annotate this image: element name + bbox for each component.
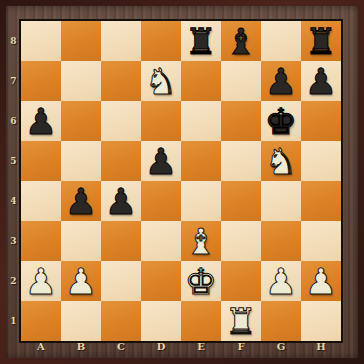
square-b2[interactable]: ♟ (61, 261, 101, 301)
file-label-h: H (301, 341, 341, 358)
square-f5[interactable] (221, 141, 261, 181)
square-a3[interactable] (21, 221, 61, 261)
square-e2[interactable]: ♚ (181, 261, 221, 301)
square-a6[interactable]: ♟ (21, 101, 61, 141)
black-pawn: ♟ (261, 62, 301, 102)
black-pawn: ♟ (301, 62, 341, 102)
white-pawn: ♟ (301, 262, 341, 302)
square-f1[interactable]: ♜ (221, 301, 261, 341)
square-b8[interactable] (61, 21, 101, 61)
square-d3[interactable] (141, 221, 181, 261)
square-c1[interactable] (101, 301, 141, 341)
file-label-f: F (221, 341, 261, 358)
rank-label-5: 5 (6, 141, 21, 181)
square-h1[interactable] (301, 301, 341, 341)
square-h5[interactable] (301, 141, 341, 181)
square-f3[interactable] (221, 221, 261, 261)
square-h8[interactable]: ♜ (301, 21, 341, 61)
black-pawn: ♟ (61, 182, 101, 222)
black-pawn: ♟ (141, 142, 181, 182)
white-pawn: ♟ (21, 262, 61, 302)
square-a4[interactable] (21, 181, 61, 221)
black-pawn: ♟ (21, 102, 61, 142)
white-king: ♚ (181, 262, 221, 302)
square-a5[interactable] (21, 141, 61, 181)
rank-label-4: 4 (6, 181, 21, 221)
square-g3[interactable] (261, 221, 301, 261)
square-b4[interactable]: ♟ (61, 181, 101, 221)
square-c6[interactable] (101, 101, 141, 141)
square-a8[interactable] (21, 21, 61, 61)
black-king: ♚ (261, 102, 301, 142)
white-bishop: ♝ (181, 222, 221, 262)
square-c8[interactable] (101, 21, 141, 61)
square-e5[interactable] (181, 141, 221, 181)
square-b6[interactable] (61, 101, 101, 141)
square-f6[interactable] (221, 101, 261, 141)
black-rook: ♜ (301, 22, 341, 62)
square-e4[interactable] (181, 181, 221, 221)
square-a2[interactable]: ♟ (21, 261, 61, 301)
square-c3[interactable] (101, 221, 141, 261)
square-c2[interactable] (101, 261, 141, 301)
square-g5[interactable]: ♞ (261, 141, 301, 181)
square-g7[interactable]: ♟ (261, 61, 301, 101)
rank-label-1: 1 (6, 301, 21, 341)
file-labels: A B C D E F G H (21, 341, 341, 358)
black-pawn: ♟ (101, 182, 141, 222)
rank-labels: 8 7 6 5 4 3 2 1 (6, 21, 21, 341)
rank-label-7: 7 (6, 61, 21, 101)
square-b3[interactable] (61, 221, 101, 261)
square-c5[interactable] (101, 141, 141, 181)
chess-board: ♜♝♜♞♟♟♟♚♟♞♟♟♝♟♟♚♟♟♜ (21, 21, 341, 341)
square-h7[interactable]: ♟ (301, 61, 341, 101)
square-g8[interactable] (261, 21, 301, 61)
white-knight: ♞ (261, 142, 301, 182)
square-e3[interactable]: ♝ (181, 221, 221, 261)
rank-label-6: 6 (6, 101, 21, 141)
square-c4[interactable]: ♟ (101, 181, 141, 221)
square-h6[interactable] (301, 101, 341, 141)
square-c7[interactable] (101, 61, 141, 101)
file-label-c: C (101, 341, 141, 358)
square-g1[interactable] (261, 301, 301, 341)
square-d6[interactable] (141, 101, 181, 141)
square-f7[interactable] (221, 61, 261, 101)
square-e7[interactable] (181, 61, 221, 101)
square-d8[interactable] (141, 21, 181, 61)
square-f4[interactable] (221, 181, 261, 221)
square-e6[interactable] (181, 101, 221, 141)
rank-label-8: 8 (6, 21, 21, 61)
square-b1[interactable] (61, 301, 101, 341)
file-label-e: E (181, 341, 221, 358)
square-d1[interactable] (141, 301, 181, 341)
file-label-g: G (261, 341, 301, 358)
black-rook: ♜ (181, 22, 221, 62)
square-d7[interactable]: ♞ (141, 61, 181, 101)
square-d4[interactable] (141, 181, 181, 221)
file-label-b: B (61, 341, 101, 358)
square-b5[interactable] (61, 141, 101, 181)
square-a7[interactable] (21, 61, 61, 101)
square-f2[interactable] (221, 261, 261, 301)
black-bishop: ♝ (221, 22, 261, 62)
white-knight: ♞ (141, 62, 181, 102)
square-h2[interactable]: ♟ (301, 261, 341, 301)
file-label-d: D (141, 341, 181, 358)
square-g2[interactable]: ♟ (261, 261, 301, 301)
board-frame: 8 7 6 5 4 3 2 1 ♜♝♜♞♟♟♟♚♟♞♟♟♝♟♟♚♟♟♜ A B … (0, 0, 364, 364)
square-a1[interactable] (21, 301, 61, 341)
square-h4[interactable] (301, 181, 341, 221)
white-pawn: ♟ (61, 262, 101, 302)
square-e1[interactable] (181, 301, 221, 341)
square-g4[interactable] (261, 181, 301, 221)
square-f8[interactable]: ♝ (221, 21, 261, 61)
square-d2[interactable] (141, 261, 181, 301)
rank-label-2: 2 (6, 261, 21, 301)
square-b7[interactable] (61, 61, 101, 101)
square-g6[interactable]: ♚ (261, 101, 301, 141)
square-d5[interactable]: ♟ (141, 141, 181, 181)
white-rook: ♜ (221, 302, 261, 342)
rank-label-3: 3 (6, 221, 21, 261)
square-e8[interactable]: ♜ (181, 21, 221, 61)
file-label-a: A (21, 341, 61, 358)
white-pawn: ♟ (261, 262, 301, 302)
square-h3[interactable] (301, 221, 341, 261)
